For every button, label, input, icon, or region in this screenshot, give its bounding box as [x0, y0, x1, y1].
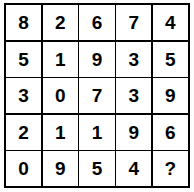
grid-cell-r5c4: 4 — [116, 151, 151, 186]
grid-cell-r4c3: 1 — [79, 115, 114, 150]
grid-cell-r1c1: 8 — [6, 5, 41, 40]
grid-cell-r5c3: 5 — [79, 151, 114, 186]
grid-cell-r4c4: 9 — [116, 115, 151, 150]
grid-cell-r1c2: 2 — [43, 5, 78, 40]
grid-cell-r1c5: 4 — [153, 5, 188, 40]
grid-cell-r3c3: 7 — [79, 78, 114, 113]
grid-cell-r4c1: 2 — [6, 115, 41, 150]
grid-cell-r4c2: 1 — [43, 115, 78, 150]
grid-cell-r3c2: 0 — [43, 78, 78, 113]
grid-cell-r3c4: 3 — [116, 78, 151, 113]
grid-cell-r5c2: 9 — [43, 151, 78, 186]
grid-cell-r2c2: 1 — [43, 42, 78, 77]
grid-cell-r3c5: 9 — [153, 78, 188, 113]
grid-cell-r5c5: ? — [153, 151, 188, 186]
grid-cell-r5c1: 0 — [6, 151, 41, 186]
grid-cell-r2c4: 3 — [116, 42, 151, 77]
grid-cell-r1c3: 6 — [79, 5, 114, 40]
grid-cell-r2c1: 5 — [6, 42, 41, 77]
grid-cell-r3c1: 3 — [6, 78, 41, 113]
number-grid-board: 826745193530739211960954? — [4, 3, 190, 188]
grid-cell-r1c4: 7 — [116, 5, 151, 40]
grid-cell-r2c3: 9 — [79, 42, 114, 77]
grid-cell-r4c5: 6 — [153, 115, 188, 150]
grid-cell-r2c5: 5 — [153, 42, 188, 77]
